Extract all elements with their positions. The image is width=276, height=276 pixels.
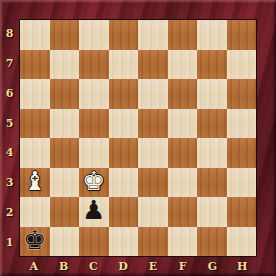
square-d5[interactable] (109, 109, 139, 139)
file-label-e: E (138, 257, 168, 276)
square-d6[interactable] (109, 79, 139, 109)
square-b3[interactable] (50, 168, 80, 198)
square-f6[interactable] (168, 79, 198, 109)
square-g2[interactable] (197, 197, 227, 227)
piece-white-king-c3[interactable]: ♚ (82, 167, 105, 196)
square-g7[interactable] (197, 50, 227, 80)
square-d8[interactable] (109, 20, 139, 50)
square-c1[interactable] (79, 227, 109, 257)
square-h5[interactable] (227, 109, 257, 139)
square-e1[interactable] (138, 227, 168, 257)
square-a3[interactable]: ♝ (20, 168, 50, 198)
square-h2[interactable] (227, 197, 257, 227)
file-label-a: A (19, 257, 49, 276)
square-a6[interactable] (20, 79, 50, 109)
square-f4[interactable] (168, 138, 198, 168)
square-h1[interactable] (227, 227, 257, 257)
square-a8[interactable] (20, 20, 50, 50)
square-g5[interactable] (197, 109, 227, 139)
piece-black-pawn-c2[interactable]: ♟ (82, 196, 105, 225)
square-d3[interactable] (109, 168, 139, 198)
square-e5[interactable] (138, 109, 168, 139)
square-b7[interactable] (50, 50, 80, 80)
rank-label-2: 2 (0, 198, 19, 228)
square-c3[interactable]: ♚ (79, 168, 109, 198)
square-a1[interactable]: ♚ (20, 227, 50, 257)
square-a5[interactable] (20, 109, 50, 139)
file-label-f: F (168, 257, 198, 276)
rank-labels: 87654321 (0, 19, 19, 257)
square-h4[interactable] (227, 138, 257, 168)
square-b4[interactable] (50, 138, 80, 168)
file-labels: ABCDEFGH (19, 257, 257, 276)
square-a7[interactable] (20, 50, 50, 80)
square-e8[interactable] (138, 20, 168, 50)
square-e3[interactable] (138, 168, 168, 198)
square-f2[interactable] (168, 197, 198, 227)
square-e7[interactable] (138, 50, 168, 80)
file-label-d: D (108, 257, 138, 276)
square-d1[interactable] (109, 227, 139, 257)
piece-black-king-a1[interactable]: ♚ (23, 226, 46, 255)
square-b6[interactable] (50, 79, 80, 109)
rank-label-4: 4 (0, 138, 19, 168)
square-d7[interactable] (109, 50, 139, 80)
square-h8[interactable] (227, 20, 257, 50)
square-f3[interactable] (168, 168, 198, 198)
square-e2[interactable] (138, 197, 168, 227)
square-g4[interactable] (197, 138, 227, 168)
square-d2[interactable] (109, 197, 139, 227)
board-frame: ♝♚♟♚ 87654321 ABCDEFGH (0, 0, 276, 276)
file-label-c: C (79, 257, 109, 276)
square-a2[interactable] (20, 197, 50, 227)
square-e4[interactable] (138, 138, 168, 168)
square-c6[interactable] (79, 79, 109, 109)
square-h6[interactable] (227, 79, 257, 109)
square-f5[interactable] (168, 109, 198, 139)
square-c8[interactable] (79, 20, 109, 50)
rank-label-3: 3 (0, 168, 19, 198)
square-c7[interactable] (79, 50, 109, 80)
rank-label-1: 1 (0, 227, 19, 257)
square-b8[interactable] (50, 20, 80, 50)
square-g1[interactable] (197, 227, 227, 257)
rank-label-8: 8 (0, 19, 19, 49)
square-c5[interactable] (79, 109, 109, 139)
square-b5[interactable] (50, 109, 80, 139)
file-label-b: B (49, 257, 79, 276)
square-d4[interactable] (109, 138, 139, 168)
square-f7[interactable] (168, 50, 198, 80)
square-g6[interactable] (197, 79, 227, 109)
square-c2[interactable]: ♟ (79, 197, 109, 227)
rank-label-5: 5 (0, 108, 19, 138)
rank-label-6: 6 (0, 79, 19, 109)
square-g8[interactable] (197, 20, 227, 50)
square-h7[interactable] (227, 50, 257, 80)
square-f1[interactable] (168, 227, 198, 257)
square-c4[interactable] (79, 138, 109, 168)
file-label-g: G (198, 257, 228, 276)
square-b1[interactable] (50, 227, 80, 257)
piece-white-bishop-a3[interactable]: ♝ (23, 167, 46, 196)
chess-board: ♝♚♟♚ (19, 19, 257, 257)
square-h3[interactable] (227, 168, 257, 198)
file-label-h: H (227, 257, 257, 276)
square-e6[interactable] (138, 79, 168, 109)
square-g3[interactable] (197, 168, 227, 198)
rank-label-7: 7 (0, 49, 19, 79)
square-f8[interactable] (168, 20, 198, 50)
square-b2[interactable] (50, 197, 80, 227)
square-a4[interactable] (20, 138, 50, 168)
